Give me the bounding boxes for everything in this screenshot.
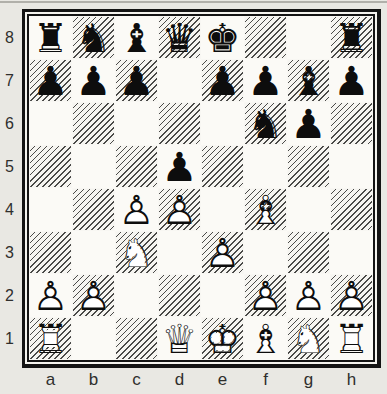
piece-fill: ♞ xyxy=(287,317,330,360)
square-d2[interactable] xyxy=(158,274,201,317)
square-g2[interactable]: ♟♙ xyxy=(287,274,330,317)
piece-fill: ♟ xyxy=(158,188,201,231)
square-d5[interactable]: ♟ xyxy=(158,145,201,188)
piece-black-B: ♝ xyxy=(287,59,330,102)
piece-fill: ♝ xyxy=(244,188,287,231)
file-label-d: d xyxy=(158,369,201,391)
square-b1[interactable] xyxy=(72,317,115,360)
square-d7[interactable] xyxy=(158,59,201,102)
piece-black-N: ♞ xyxy=(72,16,115,59)
scan-edge-line xyxy=(0,1,387,3)
square-g1[interactable]: ♞♘ xyxy=(287,317,330,360)
piece-fill: ♟ xyxy=(72,274,115,317)
chess-board: ♜♞♝♛♚♜♟♟♟♟♟♝♟♞♟♟♟♙♟♙♝♗♞♘♟♙♟♙♟♙♟♙♟♙♟♙♜♖♛♕… xyxy=(22,9,381,368)
piece-fill: ♟ xyxy=(115,188,158,231)
square-g8[interactable] xyxy=(287,16,330,59)
piece-white-N: ♘ xyxy=(287,317,330,360)
rank-label-4: 4 xyxy=(0,188,19,231)
piece-white-P: ♙ xyxy=(29,274,72,317)
piece-fill: ♟ xyxy=(29,274,72,317)
piece-fill: ♜ xyxy=(330,317,373,360)
piece-fill: ♟ xyxy=(330,274,373,317)
square-g6[interactable]: ♟ xyxy=(287,102,330,145)
square-d1[interactable]: ♛♕ xyxy=(158,317,201,360)
piece-white-B: ♗ xyxy=(244,188,287,231)
square-e2[interactable] xyxy=(201,274,244,317)
square-d4[interactable]: ♟♙ xyxy=(158,188,201,231)
piece-white-Q: ♕ xyxy=(158,317,201,360)
rank-labels: 87654321 xyxy=(0,16,19,360)
square-f1[interactable]: ♝♗ xyxy=(244,317,287,360)
piece-fill: ♟ xyxy=(287,274,330,317)
piece-black-N: ♞ xyxy=(244,102,287,145)
rank-label-2: 2 xyxy=(0,274,19,317)
piece-fill: ♟ xyxy=(201,231,244,274)
piece-black-R: ♜ xyxy=(29,16,72,59)
piece-white-P: ♙ xyxy=(201,231,244,274)
piece-white-R: ♖ xyxy=(29,317,72,360)
square-a8[interactable]: ♜ xyxy=(29,16,72,59)
piece-black-R: ♜ xyxy=(330,16,373,59)
file-label-h: h xyxy=(330,369,373,391)
square-e7[interactable]: ♟ xyxy=(201,59,244,102)
square-c7[interactable]: ♟ xyxy=(115,59,158,102)
file-label-c: c xyxy=(115,369,158,391)
square-d3[interactable] xyxy=(158,231,201,274)
piece-fill: ♝ xyxy=(244,317,287,360)
square-c1[interactable] xyxy=(115,317,158,360)
square-e6[interactable] xyxy=(201,102,244,145)
rank-label-6: 6 xyxy=(0,102,19,145)
square-g4[interactable] xyxy=(287,188,330,231)
piece-fill: ♟ xyxy=(244,274,287,317)
board-inner-frame: ♜♞♝♛♚♜♟♟♟♟♟♝♟♞♟♟♟♙♟♙♝♗♞♘♟♙♟♙♟♙♟♙♟♙♟♙♜♖♛♕… xyxy=(27,14,375,362)
piece-white-P: ♙ xyxy=(72,274,115,317)
file-label-e: e xyxy=(201,369,244,391)
square-f5[interactable] xyxy=(244,145,287,188)
file-label-g: g xyxy=(287,369,330,391)
rank-label-5: 5 xyxy=(0,145,19,188)
square-h2[interactable]: ♟♙ xyxy=(330,274,373,317)
piece-black-P: ♟ xyxy=(29,59,72,102)
square-a4[interactable] xyxy=(29,188,72,231)
piece-fill: ♞ xyxy=(115,231,158,274)
rank-label-1: 1 xyxy=(0,317,19,360)
square-f2[interactable]: ♟♙ xyxy=(244,274,287,317)
piece-black-P: ♟ xyxy=(72,59,115,102)
piece-black-P: ♟ xyxy=(158,145,201,188)
square-a7[interactable]: ♟ xyxy=(29,59,72,102)
piece-white-P: ♙ xyxy=(115,188,158,231)
square-b4[interactable] xyxy=(72,188,115,231)
square-c2[interactable] xyxy=(115,274,158,317)
rank-label-8: 8 xyxy=(0,16,19,59)
square-c4[interactable]: ♟♙ xyxy=(115,188,158,231)
piece-fill: ♚ xyxy=(201,317,244,360)
square-c3[interactable]: ♞♘ xyxy=(115,231,158,274)
piece-white-P: ♙ xyxy=(287,274,330,317)
square-f7[interactable]: ♟ xyxy=(244,59,287,102)
piece-fill: ♜ xyxy=(29,317,72,360)
piece-white-N: ♘ xyxy=(115,231,158,274)
square-c6[interactable] xyxy=(115,102,158,145)
square-g7[interactable]: ♝ xyxy=(287,59,330,102)
square-a5[interactable] xyxy=(29,145,72,188)
square-h6[interactable] xyxy=(330,102,373,145)
square-b3[interactable] xyxy=(72,231,115,274)
square-a1[interactable]: ♜♖ xyxy=(29,317,72,360)
piece-black-P: ♟ xyxy=(244,59,287,102)
piece-black-P: ♟ xyxy=(330,59,373,102)
piece-white-R: ♖ xyxy=(330,317,373,360)
file-labels: abcdefgh xyxy=(29,369,373,391)
square-e4[interactable] xyxy=(201,188,244,231)
square-f4[interactable]: ♝♗ xyxy=(244,188,287,231)
rank-label-7: 7 xyxy=(0,59,19,102)
piece-black-P: ♟ xyxy=(201,59,244,102)
square-h3[interactable] xyxy=(330,231,373,274)
piece-black-Q: ♛ xyxy=(158,16,201,59)
file-label-f: f xyxy=(244,369,287,391)
rank-label-3: 3 xyxy=(0,231,19,274)
piece-white-K: ♔ xyxy=(201,317,244,360)
piece-black-K: ♚ xyxy=(201,16,244,59)
square-h4[interactable] xyxy=(330,188,373,231)
square-e1[interactable]: ♚♔ xyxy=(201,317,244,360)
piece-black-P: ♟ xyxy=(287,102,330,145)
piece-fill: ♛ xyxy=(158,317,201,360)
square-d8[interactable]: ♛ xyxy=(158,16,201,59)
square-b8[interactable]: ♞ xyxy=(72,16,115,59)
square-h8[interactable]: ♜ xyxy=(330,16,373,59)
square-a6[interactable] xyxy=(29,102,72,145)
square-a3[interactable] xyxy=(29,231,72,274)
file-label-b: b xyxy=(72,369,115,391)
square-b7[interactable]: ♟ xyxy=(72,59,115,102)
square-c8[interactable]: ♝ xyxy=(115,16,158,59)
square-g5[interactable] xyxy=(287,145,330,188)
square-f6[interactable]: ♞ xyxy=(244,102,287,145)
square-c5[interactable] xyxy=(115,145,158,188)
square-b5[interactable] xyxy=(72,145,115,188)
square-b6[interactable] xyxy=(72,102,115,145)
square-h5[interactable] xyxy=(330,145,373,188)
square-a2[interactable]: ♟♙ xyxy=(29,274,72,317)
file-label-a: a xyxy=(29,369,72,391)
piece-white-P: ♙ xyxy=(158,188,201,231)
piece-white-B: ♗ xyxy=(244,317,287,360)
square-d6[interactable] xyxy=(158,102,201,145)
piece-white-P: ♙ xyxy=(244,274,287,317)
square-g3[interactable] xyxy=(287,231,330,274)
square-e3[interactable]: ♟♙ xyxy=(201,231,244,274)
square-e8[interactable]: ♚ xyxy=(201,16,244,59)
square-f3[interactable] xyxy=(244,231,287,274)
piece-white-P: ♙ xyxy=(330,274,373,317)
piece-black-B: ♝ xyxy=(115,16,158,59)
square-h7[interactable]: ♟ xyxy=(330,59,373,102)
board-grid: ♜♞♝♛♚♜♟♟♟♟♟♝♟♞♟♟♟♙♟♙♝♗♞♘♟♙♟♙♟♙♟♙♟♙♟♙♜♖♛♕… xyxy=(29,16,373,360)
square-f8[interactable] xyxy=(244,16,287,59)
square-h1[interactable]: ♜♖ xyxy=(330,317,373,360)
square-b2[interactable]: ♟♙ xyxy=(72,274,115,317)
square-e5[interactable] xyxy=(201,145,244,188)
piece-black-P: ♟ xyxy=(115,59,158,102)
